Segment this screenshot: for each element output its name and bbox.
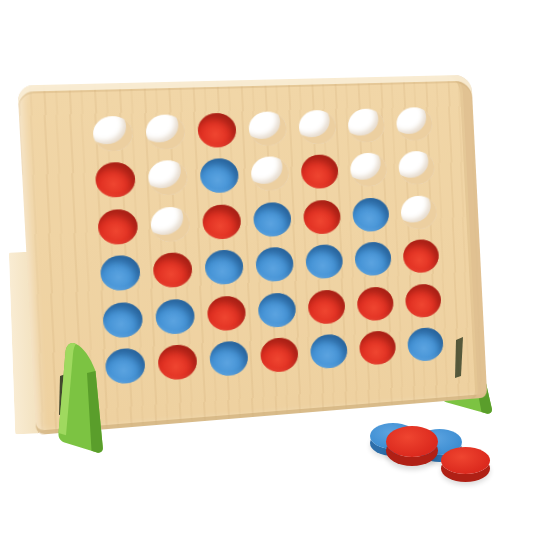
cell-r3c1[interactable] <box>90 202 145 251</box>
empty-hole <box>250 156 289 191</box>
cell-r3c3[interactable] <box>194 198 247 246</box>
loose-disc-blue-3[interactable] <box>417 429 462 455</box>
empty-hole <box>298 109 336 144</box>
empty-hole <box>398 151 435 185</box>
cell-r1c1[interactable] <box>85 109 140 157</box>
red-disc <box>259 337 298 374</box>
blue-disc <box>154 298 194 335</box>
blue-disc <box>309 334 347 370</box>
cell-r5c7[interactable] <box>398 277 448 324</box>
empty-hole <box>347 108 385 143</box>
cell-r6c6[interactable] <box>352 324 403 372</box>
empty-hole <box>145 114 186 150</box>
cell-r2c7[interactable] <box>391 145 441 191</box>
red-disc <box>302 199 340 234</box>
empty-hole <box>248 111 287 146</box>
cell-r2c1[interactable] <box>87 156 142 205</box>
empty-hole <box>147 160 188 196</box>
blue-disc <box>204 249 244 285</box>
cell-r6c3[interactable] <box>202 334 255 383</box>
cell-r3c7[interactable] <box>393 189 443 235</box>
cell-r2c2[interactable] <box>140 154 194 202</box>
red-disc <box>94 162 135 198</box>
cell-r5c1[interactable] <box>95 295 150 345</box>
cell-r6c7[interactable] <box>400 321 450 369</box>
blue-disc <box>102 301 143 338</box>
cell-r1c7[interactable] <box>389 101 439 147</box>
red-disc <box>300 154 338 189</box>
cell-r4c1[interactable] <box>92 249 147 299</box>
blue-disc <box>257 292 296 328</box>
red-disc <box>201 204 241 240</box>
blue-disc <box>255 247 294 283</box>
red-disc <box>157 344 197 381</box>
red-disc <box>402 239 439 274</box>
loose-disc-blue-1[interactable] <box>370 423 416 449</box>
cell-r3c5[interactable] <box>296 193 348 240</box>
blue-disc <box>406 327 443 363</box>
red-disc <box>206 295 246 332</box>
red-disc <box>404 283 441 318</box>
cell-r4c4[interactable] <box>248 241 300 289</box>
cell-r1c5[interactable] <box>291 104 343 151</box>
empty-hole <box>92 115 133 151</box>
cell-r4c3[interactable] <box>197 243 250 292</box>
cell-r1c3[interactable] <box>190 106 244 153</box>
cell-r6c4[interactable] <box>253 331 305 380</box>
cell-r1c6[interactable] <box>340 102 391 148</box>
cell-r4c6[interactable] <box>347 236 398 283</box>
cell-r1c4[interactable] <box>241 105 294 152</box>
blue-disc <box>209 340 249 377</box>
connect-four-board <box>17 75 487 435</box>
blue-disc <box>351 197 389 232</box>
cell-r5c6[interactable] <box>349 280 400 328</box>
cell-r4c2[interactable] <box>145 246 199 295</box>
cell-r2c4[interactable] <box>243 150 296 197</box>
red-disc <box>97 208 138 245</box>
cell-r5c5[interactable] <box>300 283 351 331</box>
blue-disc <box>252 201 291 237</box>
loose-disc-red-2[interactable] <box>386 426 438 457</box>
cell-r1c2[interactable] <box>138 108 192 156</box>
board-grid <box>17 76 449 397</box>
empty-hole <box>349 153 387 188</box>
red-disc <box>307 289 345 325</box>
red-disc <box>197 112 237 147</box>
blue-disc <box>199 158 239 194</box>
cell-r6c1[interactable] <box>97 341 152 391</box>
empty-hole <box>149 206 190 242</box>
cell-r6c2[interactable] <box>150 338 204 388</box>
cell-r5c4[interactable] <box>250 286 302 335</box>
cell-r2c3[interactable] <box>192 152 245 200</box>
blue-disc <box>354 241 392 276</box>
cell-r5c3[interactable] <box>199 289 252 338</box>
cell-r3c6[interactable] <box>345 191 396 238</box>
cell-r3c2[interactable] <box>142 200 196 249</box>
loose-disc-red-4[interactable] <box>441 447 490 474</box>
cell-r6c5[interactable] <box>303 328 354 376</box>
red-disc <box>358 330 396 366</box>
blue-disc <box>104 348 145 386</box>
blue-disc <box>99 255 140 292</box>
cell-r5c2[interactable] <box>147 292 201 341</box>
cell-r4c7[interactable] <box>396 233 446 280</box>
cell-r3c4[interactable] <box>246 195 298 243</box>
red-disc <box>152 252 192 289</box>
cell-r4c5[interactable] <box>298 238 350 286</box>
cell-r2c6[interactable] <box>343 147 394 194</box>
empty-hole <box>395 107 432 141</box>
cell-r2c5[interactable] <box>293 148 345 195</box>
empty-hole <box>400 195 437 230</box>
blue-disc <box>305 244 343 280</box>
red-disc <box>356 286 394 322</box>
product-photo-scene <box>0 0 533 533</box>
